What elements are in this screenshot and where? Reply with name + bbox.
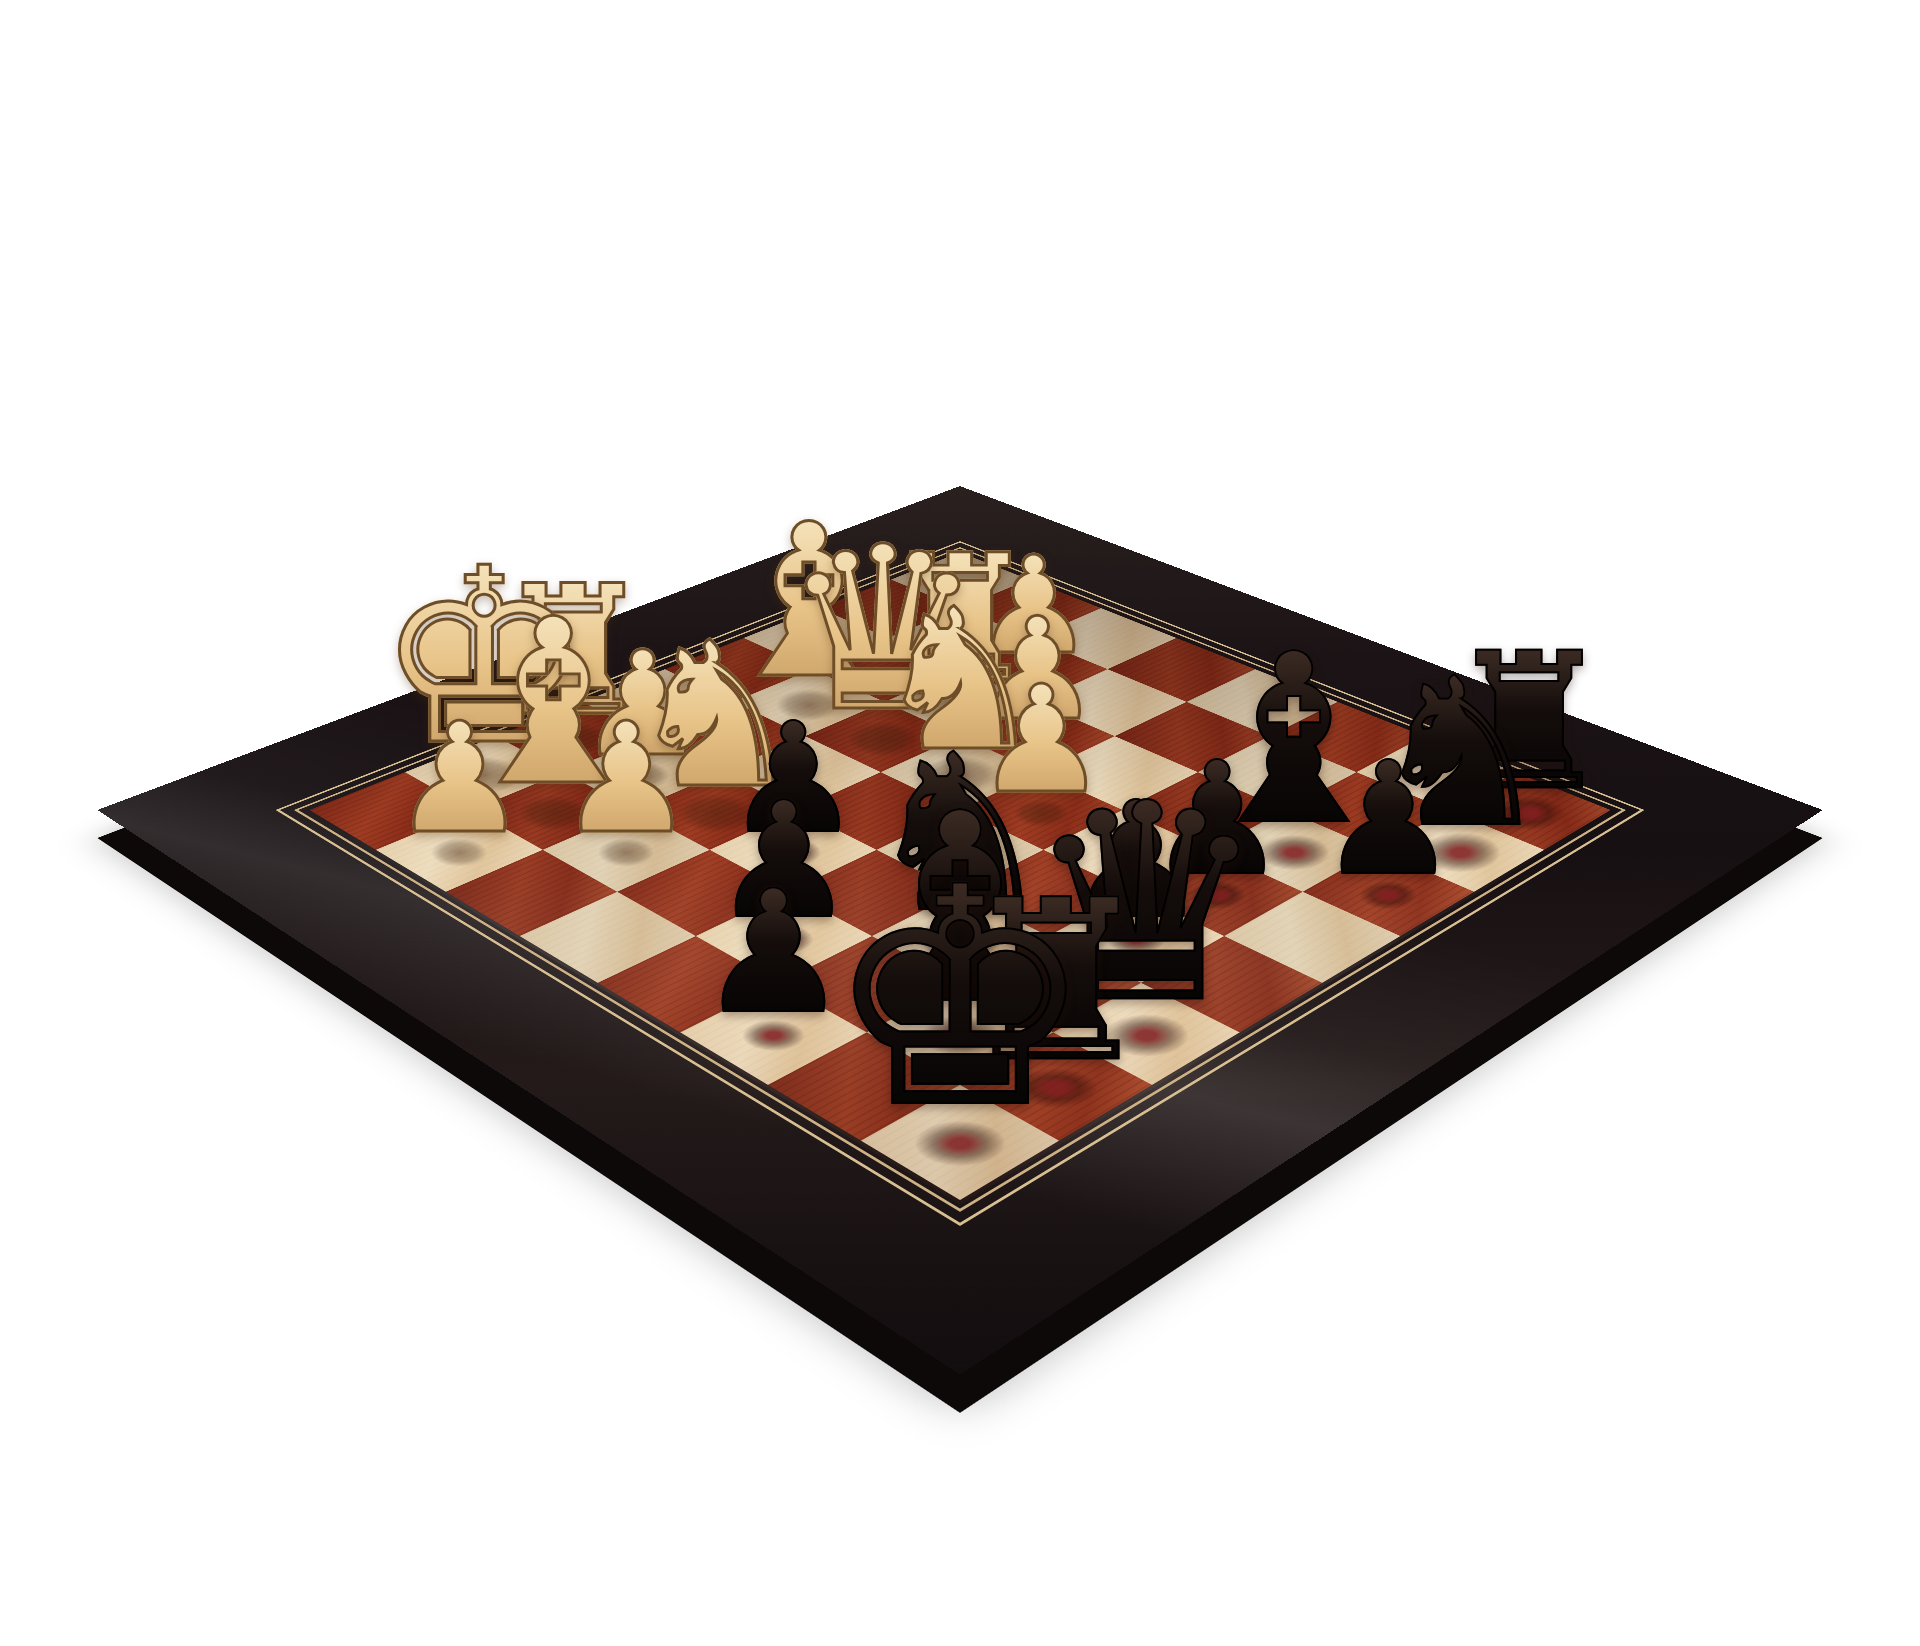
chess-board	[97, 486, 1822, 1374]
board-perspective-wrap	[0, 0, 1920, 1646]
product-photo-stage: ♟♝♜♜♛♟♚♟♞♝♞♟♜♟♟♟♝♞♟♟♟♞♟♟♝♛♜♚	[0, 0, 1920, 1646]
